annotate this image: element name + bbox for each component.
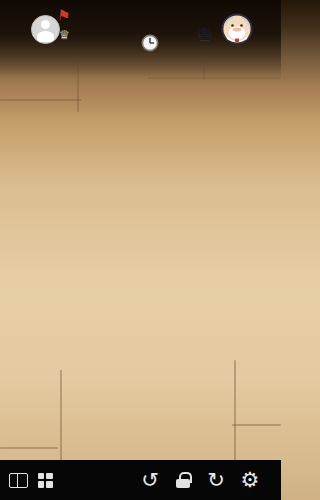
lock-icon[interactable]: [166, 460, 200, 500]
clock-icon: [141, 34, 159, 52]
rotate-board-icon[interactable]: ↻: [199, 460, 233, 500]
opponent-avatar: [221, 13, 253, 45]
resign-flag-icon[interactable]: ⚑: [56, 6, 71, 25]
person-icon: [41, 20, 50, 29]
settings-gear-icon[interactable]: ⚙: [233, 460, 267, 500]
undo-icon[interactable]: ↺: [133, 460, 167, 500]
black-side-crown-icon: ♚: [196, 22, 213, 44]
apps-grid-icon[interactable]: [28, 460, 62, 500]
bottom-toolbar: ↺ ↻ ⚙: [0, 460, 281, 500]
white-side-crown-icon: ♛: [59, 28, 70, 42]
top-bar: ⚑ ♛ ♚: [0, 0, 281, 78]
